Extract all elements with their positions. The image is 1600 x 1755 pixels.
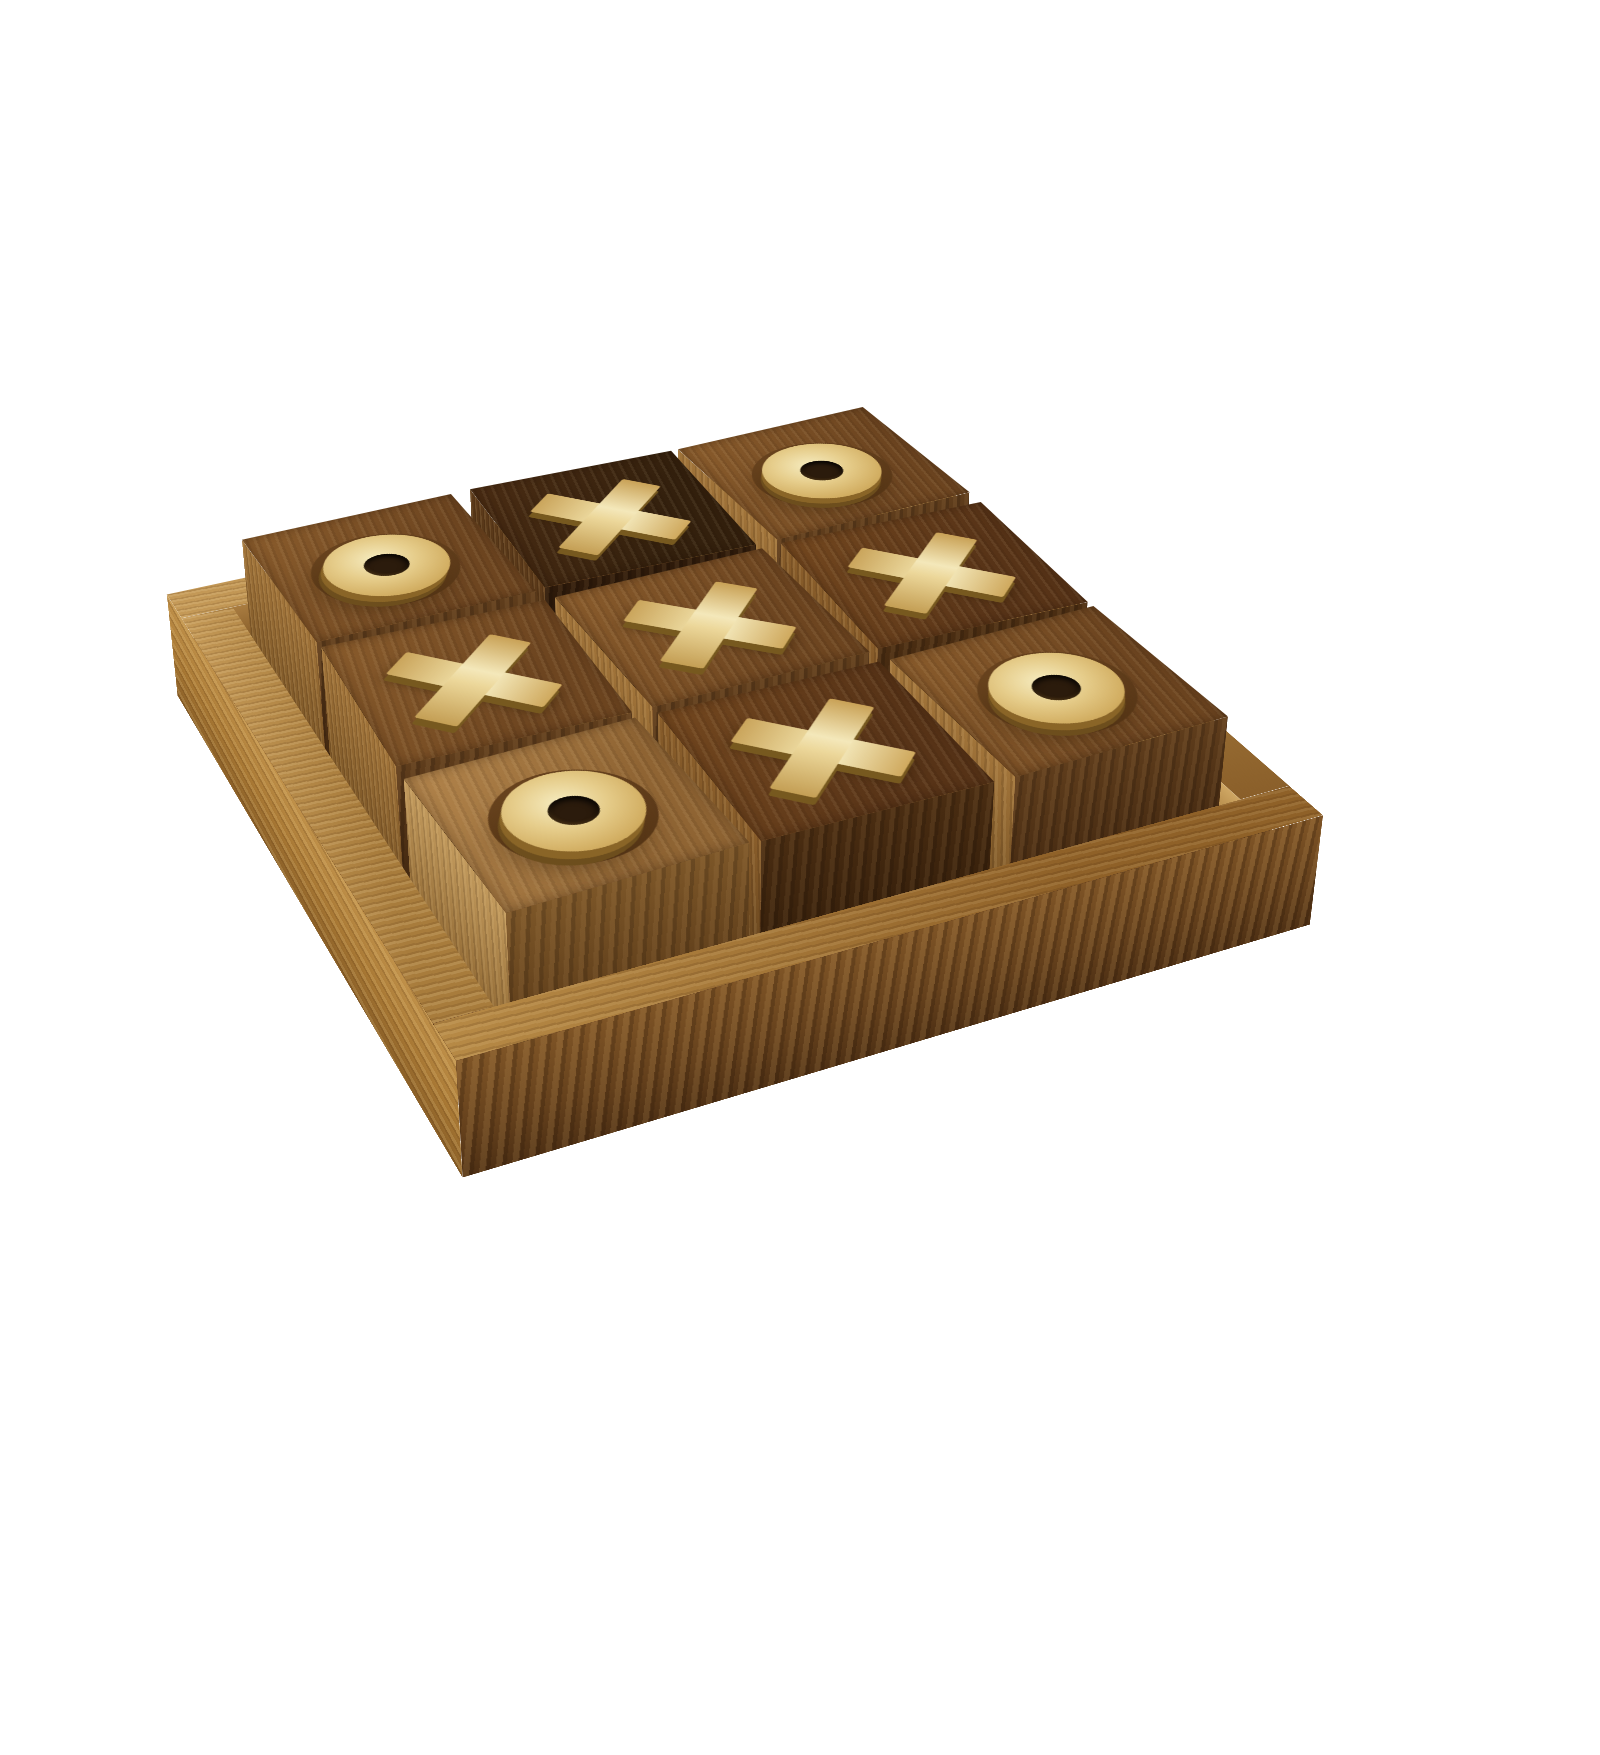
x-extrusion [659, 587, 757, 675]
x-extrusion [383, 658, 560, 714]
o-hole [539, 791, 608, 830]
o-hole [1023, 671, 1091, 705]
x-extrusion [411, 640, 529, 733]
o-wood-boss [948, 638, 1169, 750]
product-photo-scene [0, 0, 1600, 1755]
o-brass-ring [963, 641, 1151, 736]
x-bar [660, 581, 758, 668]
x-bar [414, 634, 531, 727]
o-brass-ring [478, 757, 670, 866]
x-bar [623, 600, 796, 649]
x-bar [730, 718, 916, 777]
tictactoe-set [171, 481, 1317, 1113]
o-wood-boss [462, 754, 688, 882]
x-extrusion [729, 725, 915, 784]
x-extrusion [768, 705, 873, 805]
wooden-tray [171, 481, 1317, 1113]
x-bar [386, 652, 563, 707]
x-extrusion [622, 606, 796, 655]
x-bar [769, 698, 874, 798]
